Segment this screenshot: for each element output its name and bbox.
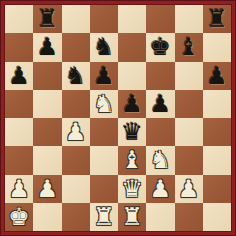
black-queen[interactable]: ♛: [121, 118, 143, 146]
square-h8[interactable]: ♜: [203, 5, 231, 33]
black-pawn[interactable]: ♟: [37, 33, 59, 61]
square-f2[interactable]: ♟: [146, 175, 174, 203]
square-e5[interactable]: ♟: [118, 90, 146, 118]
square-f5[interactable]: ♟: [146, 90, 174, 118]
square-h6[interactable]: ♟: [203, 62, 231, 90]
square-d6[interactable]: ♟: [90, 62, 118, 90]
black-rook[interactable]: ♜: [206, 5, 228, 33]
square-a6[interactable]: ♟: [5, 62, 33, 90]
square-f7[interactable]: ♚: [146, 33, 174, 61]
square-c6[interactable]: ♞: [62, 62, 90, 90]
white-rook[interactable]: ♜: [93, 203, 115, 231]
square-g4[interactable]: [175, 118, 203, 146]
square-f3[interactable]: ♞: [146, 146, 174, 174]
square-g3[interactable]: [175, 146, 203, 174]
square-h1[interactable]: [203, 203, 231, 231]
white-pawn[interactable]: ♟: [65, 118, 87, 146]
square-g2[interactable]: ♟: [175, 175, 203, 203]
square-c8[interactable]: [62, 5, 90, 33]
square-h7[interactable]: [203, 33, 231, 61]
square-e4[interactable]: ♛: [118, 118, 146, 146]
square-e8[interactable]: [118, 5, 146, 33]
square-d1[interactable]: ♜: [90, 203, 118, 231]
square-h4[interactable]: [203, 118, 231, 146]
black-knight[interactable]: ♞: [65, 62, 87, 90]
square-d4[interactable]: [90, 118, 118, 146]
square-b8[interactable]: ♜: [33, 5, 61, 33]
square-h2[interactable]: [203, 175, 231, 203]
square-c7[interactable]: [62, 33, 90, 61]
white-pawn[interactable]: ♟: [150, 175, 172, 203]
square-h5[interactable]: [203, 90, 231, 118]
white-pawn[interactable]: ♟: [8, 175, 30, 203]
square-e3[interactable]: ♝: [118, 146, 146, 174]
chess-board: ♜♜♟♞♚♝♟♞♟♟♞♟♟♟♛♝♞♟♟♛♟♟♚♜♜: [5, 5, 231, 231]
square-g1[interactable]: [175, 203, 203, 231]
square-b5[interactable]: [33, 90, 61, 118]
square-a7[interactable]: [5, 33, 33, 61]
square-d5[interactable]: ♞: [90, 90, 118, 118]
white-knight[interactable]: ♞: [150, 146, 172, 174]
white-pawn[interactable]: ♟: [178, 175, 200, 203]
square-g5[interactable]: [175, 90, 203, 118]
square-g6[interactable]: [175, 62, 203, 90]
board-frame: ♜♜♟♞♚♝♟♞♟♟♞♟♟♟♛♝♞♟♟♛♟♟♚♜♜: [0, 0, 236, 236]
black-king[interactable]: ♚: [150, 33, 172, 61]
square-e2[interactable]: ♛: [118, 175, 146, 203]
black-rook[interactable]: ♜: [37, 5, 59, 33]
square-d2[interactable]: [90, 175, 118, 203]
square-c5[interactable]: [62, 90, 90, 118]
black-knight[interactable]: ♞: [93, 33, 115, 61]
square-a3[interactable]: [5, 146, 33, 174]
square-e1[interactable]: ♜: [118, 203, 146, 231]
white-bishop[interactable]: ♝: [121, 146, 143, 174]
square-h3[interactable]: [203, 146, 231, 174]
square-d3[interactable]: [90, 146, 118, 174]
black-bishop[interactable]: ♝: [178, 33, 200, 61]
black-pawn[interactable]: ♟: [206, 62, 228, 90]
square-a5[interactable]: [5, 90, 33, 118]
square-d7[interactable]: ♞: [90, 33, 118, 61]
square-a1[interactable]: ♚: [5, 203, 33, 231]
square-b2[interactable]: ♟: [33, 175, 61, 203]
black-pawn[interactable]: ♟: [8, 62, 30, 90]
white-queen[interactable]: ♛: [121, 175, 143, 203]
square-c3[interactable]: [62, 146, 90, 174]
square-c4[interactable]: ♟: [62, 118, 90, 146]
white-king[interactable]: ♚: [8, 203, 30, 231]
square-a2[interactable]: ♟: [5, 175, 33, 203]
square-e7[interactable]: [118, 33, 146, 61]
square-b6[interactable]: [33, 62, 61, 90]
black-pawn[interactable]: ♟: [121, 90, 143, 118]
square-e6[interactable]: [118, 62, 146, 90]
square-g8[interactable]: [175, 5, 203, 33]
square-b3[interactable]: [33, 146, 61, 174]
square-a4[interactable]: [5, 118, 33, 146]
square-f1[interactable]: [146, 203, 174, 231]
square-f4[interactable]: [146, 118, 174, 146]
square-a8[interactable]: [5, 5, 33, 33]
square-c1[interactable]: [62, 203, 90, 231]
square-g7[interactable]: ♝: [175, 33, 203, 61]
white-knight[interactable]: ♞: [93, 90, 115, 118]
black-pawn[interactable]: ♟: [93, 62, 115, 90]
square-b1[interactable]: [33, 203, 61, 231]
square-c2[interactable]: [62, 175, 90, 203]
square-f8[interactable]: [146, 5, 174, 33]
white-pawn[interactable]: ♟: [37, 175, 59, 203]
square-b4[interactable]: [33, 118, 61, 146]
black-pawn[interactable]: ♟: [150, 90, 172, 118]
square-f6[interactable]: [146, 62, 174, 90]
square-d8[interactable]: [90, 5, 118, 33]
square-b7[interactable]: ♟: [33, 33, 61, 61]
white-rook[interactable]: ♜: [121, 203, 143, 231]
